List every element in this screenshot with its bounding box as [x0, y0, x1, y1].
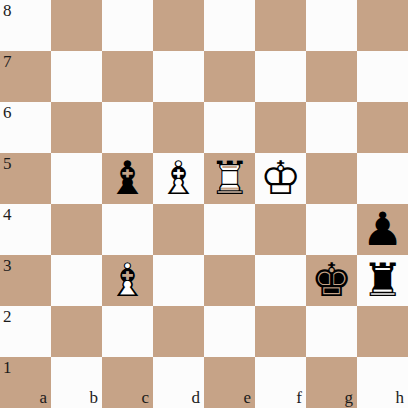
- square-e2[interactable]: [204, 306, 255, 357]
- square-e4[interactable]: [204, 204, 255, 255]
- black-king-g3[interactable]: ♚: [306, 255, 357, 306]
- square-h3[interactable]: ♜: [357, 255, 408, 306]
- square-c5[interactable]: ♝: [102, 153, 153, 204]
- square-h1[interactable]: h: [357, 357, 408, 408]
- black-pawn-h4[interactable]: ♟: [357, 204, 408, 255]
- square-f2[interactable]: [255, 306, 306, 357]
- square-d1[interactable]: d: [153, 357, 204, 408]
- square-b1[interactable]: b: [51, 357, 102, 408]
- rank-label-3: 3: [3, 257, 12, 274]
- rank-label-1: 1: [3, 359, 12, 376]
- square-a3[interactable]: 3: [0, 255, 51, 306]
- black-bishop-c5[interactable]: ♝: [102, 153, 153, 204]
- square-b5[interactable]: [51, 153, 102, 204]
- square-b4[interactable]: [51, 204, 102, 255]
- file-label-d: d: [192, 389, 201, 406]
- square-c3[interactable]: ♝♗: [102, 255, 153, 306]
- square-g7[interactable]: [306, 51, 357, 102]
- square-b3[interactable]: [51, 255, 102, 306]
- square-a7[interactable]: 7: [0, 51, 51, 102]
- square-g4[interactable]: [306, 204, 357, 255]
- square-e8[interactable]: [204, 0, 255, 51]
- rank-label-7: 7: [3, 53, 12, 70]
- square-e3[interactable]: [204, 255, 255, 306]
- square-d2[interactable]: [153, 306, 204, 357]
- square-e5[interactable]: ♜♖: [204, 153, 255, 204]
- square-c6[interactable]: [102, 102, 153, 153]
- square-h6[interactable]: [357, 102, 408, 153]
- square-e7[interactable]: [204, 51, 255, 102]
- square-g5[interactable]: [306, 153, 357, 204]
- square-a2[interactable]: 2: [0, 306, 51, 357]
- square-a4[interactable]: 4: [0, 204, 51, 255]
- square-f4[interactable]: [255, 204, 306, 255]
- black-rook-h3[interactable]: ♜: [357, 255, 408, 306]
- rank-label-8: 8: [3, 2, 12, 19]
- square-c4[interactable]: [102, 204, 153, 255]
- piece-glyph: ♖: [204, 153, 255, 204]
- square-g3[interactable]: ♚: [306, 255, 357, 306]
- square-h8[interactable]: [357, 0, 408, 51]
- square-g8[interactable]: [306, 0, 357, 51]
- file-label-c: c: [141, 389, 149, 406]
- white-rook-e5[interactable]: ♜♖: [204, 153, 255, 204]
- white-bishop-c3[interactable]: ♝♗: [102, 255, 153, 306]
- square-a8[interactable]: 8: [0, 0, 51, 51]
- piece-glyph: ♗: [102, 255, 153, 306]
- square-h2[interactable]: [357, 306, 408, 357]
- file-label-f: f: [296, 389, 302, 406]
- rank-label-5: 5: [3, 155, 12, 172]
- chess-board: 8765♝♝♗♜♖♚♔4♟3♝♗♚♜21abcdefgh: [0, 0, 408, 408]
- file-label-b: b: [90, 389, 99, 406]
- square-c1[interactable]: c: [102, 357, 153, 408]
- square-c2[interactable]: [102, 306, 153, 357]
- file-label-h: h: [396, 389, 405, 406]
- square-a1[interactable]: 1a: [0, 357, 51, 408]
- square-f1[interactable]: f: [255, 357, 306, 408]
- square-f8[interactable]: [255, 0, 306, 51]
- square-a6[interactable]: 6: [0, 102, 51, 153]
- square-f5[interactable]: ♚♔: [255, 153, 306, 204]
- piece-glyph: ♗: [153, 153, 204, 204]
- square-g1[interactable]: g: [306, 357, 357, 408]
- square-e6[interactable]: [204, 102, 255, 153]
- square-b6[interactable]: [51, 102, 102, 153]
- square-f7[interactable]: [255, 51, 306, 102]
- square-f3[interactable]: [255, 255, 306, 306]
- square-g6[interactable]: [306, 102, 357, 153]
- square-d6[interactable]: [153, 102, 204, 153]
- file-label-g: g: [345, 389, 354, 406]
- square-c8[interactable]: [102, 0, 153, 51]
- square-g2[interactable]: [306, 306, 357, 357]
- file-label-a: a: [39, 389, 47, 406]
- square-a5[interactable]: 5: [0, 153, 51, 204]
- square-d3[interactable]: [153, 255, 204, 306]
- white-bishop-d5[interactable]: ♝♗: [153, 153, 204, 204]
- square-h5[interactable]: [357, 153, 408, 204]
- piece-glyph: ♔: [255, 153, 306, 204]
- square-b8[interactable]: [51, 0, 102, 51]
- square-d8[interactable]: [153, 0, 204, 51]
- square-c7[interactable]: [102, 51, 153, 102]
- square-h4[interactable]: ♟: [357, 204, 408, 255]
- square-d7[interactable]: [153, 51, 204, 102]
- square-d5[interactable]: ♝♗: [153, 153, 204, 204]
- file-label-e: e: [243, 389, 251, 406]
- square-f6[interactable]: [255, 102, 306, 153]
- square-b7[interactable]: [51, 51, 102, 102]
- square-d4[interactable]: [153, 204, 204, 255]
- rank-label-4: 4: [3, 206, 12, 223]
- square-b2[interactable]: [51, 306, 102, 357]
- square-h7[interactable]: [357, 51, 408, 102]
- rank-label-2: 2: [3, 308, 12, 325]
- square-e1[interactable]: e: [204, 357, 255, 408]
- rank-label-6: 6: [3, 104, 12, 121]
- white-king-f5[interactable]: ♚♔: [255, 153, 306, 204]
